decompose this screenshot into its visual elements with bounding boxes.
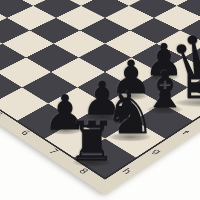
board-grid	[0, 0, 200, 180]
board-border: 12345678abcdefgh	[0, 0, 200, 195]
chessboard-photo: 12345678abcdefgh ♛♝♞♜♟♟♟♟	[0, 0, 200, 200]
vinyl-board: 12345678abcdefgh	[0, 0, 200, 195]
